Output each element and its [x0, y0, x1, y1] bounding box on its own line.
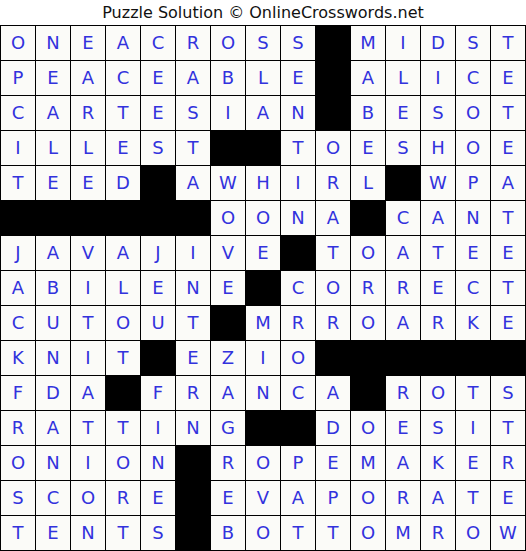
cell-r5c13[interactable]: W: [421, 166, 456, 201]
cell-r1c3[interactable]: E: [71, 26, 106, 61]
black-cell-r10c12: [386, 341, 421, 376]
cell-r9c13[interactable]: R: [421, 306, 456, 341]
black-cell-r6c5: [141, 201, 176, 236]
cell-r1c15[interactable]: T: [491, 26, 526, 61]
cell-r4c6[interactable]: T: [176, 131, 211, 166]
cell-r6c15[interactable]: T: [491, 201, 526, 236]
black-cell-r4c7: [211, 131, 246, 166]
cell-r12c14[interactable]: I: [456, 411, 491, 446]
cell-r8c6[interactable]: N: [176, 271, 211, 306]
cell-r11c7[interactable]: A: [211, 376, 246, 411]
cell-r10c8[interactable]: I: [246, 341, 281, 376]
cell-r4c9[interactable]: T: [281, 131, 316, 166]
crossword-grid: ONEACROSSMIDSTPEACEABLEALICECARTESIANBES…: [0, 25, 526, 551]
cell-r3c5[interactable]: E: [141, 96, 176, 131]
cell-r1c12[interactable]: I: [386, 26, 421, 61]
cell-r8c5[interactable]: E: [141, 271, 176, 306]
cell-r5c10[interactable]: R: [316, 166, 351, 201]
cell-r1c8[interactable]: S: [246, 26, 281, 61]
cell-r11c9[interactable]: C: [281, 376, 316, 411]
cell-r8c3[interactable]: I: [71, 271, 106, 306]
cell-r2c13[interactable]: I: [421, 61, 456, 96]
cell-r9c5[interactable]: U: [141, 306, 176, 341]
cell-r3c1[interactable]: C: [1, 96, 36, 131]
black-cell-r3c10: [316, 96, 351, 131]
cell-r5c8[interactable]: H: [246, 166, 281, 201]
cell-r11c15[interactable]: S: [491, 376, 526, 411]
cell-r3c15[interactable]: T: [491, 96, 526, 131]
cell-r11c12[interactable]: R: [386, 376, 421, 411]
black-cell-r10c14: [456, 341, 491, 376]
cell-r2c3[interactable]: A: [71, 61, 106, 96]
black-cell-r6c6: [176, 201, 211, 236]
cell-r3c14[interactable]: O: [456, 96, 491, 131]
cell-r14c4[interactable]: R: [106, 481, 141, 516]
cell-r14c7[interactable]: E: [211, 481, 246, 516]
black-cell-r10c13: [421, 341, 456, 376]
cell-r2c1[interactable]: P: [1, 61, 36, 96]
black-cell-r15c6: [176, 516, 211, 551]
cell-r6c9[interactable]: N: [281, 201, 316, 236]
cell-r7c8[interactable]: E: [246, 236, 281, 271]
cell-r6c10[interactable]: A: [316, 201, 351, 236]
cell-r15c7[interactable]: B: [211, 516, 246, 551]
cell-r4c14[interactable]: O: [456, 131, 491, 166]
black-cell-r9c7: [211, 306, 246, 341]
cell-r1c11[interactable]: M: [351, 26, 386, 61]
cell-r7c5[interactable]: J: [141, 236, 176, 271]
cell-r9c11[interactable]: O: [351, 306, 386, 341]
cell-r7c12[interactable]: A: [386, 236, 421, 271]
cell-r6c13[interactable]: A: [421, 201, 456, 236]
cell-r1c1[interactable]: O: [1, 26, 36, 61]
cell-r9c1[interactable]: C: [1, 306, 36, 341]
black-cell-r10c15: [491, 341, 526, 376]
cell-r7c11[interactable]: O: [351, 236, 386, 271]
cell-r3c3[interactable]: R: [71, 96, 106, 131]
cell-r5c15[interactable]: A: [491, 166, 526, 201]
cell-r3c4[interactable]: T: [106, 96, 141, 131]
cell-r3c12[interactable]: E: [386, 96, 421, 131]
cell-r12c3[interactable]: T: [71, 411, 106, 446]
cell-r7c6[interactable]: I: [176, 236, 211, 271]
cell-r4c4[interactable]: E: [106, 131, 141, 166]
cell-r14c12[interactable]: R: [386, 481, 421, 516]
cell-r13c15[interactable]: R: [491, 446, 526, 481]
cell-r14c13[interactable]: A: [421, 481, 456, 516]
cell-r2c5[interactable]: E: [141, 61, 176, 96]
cell-r12c1[interactable]: R: [1, 411, 36, 446]
cell-r9c2[interactable]: U: [36, 306, 71, 341]
cell-r10c1[interactable]: K: [1, 341, 36, 376]
cell-r5c1[interactable]: T: [1, 166, 36, 201]
black-cell-r10c5: [141, 341, 176, 376]
black-cell-r6c2: [36, 201, 71, 236]
cell-r10c7[interactable]: Z: [211, 341, 246, 376]
cell-r14c3[interactable]: O: [71, 481, 106, 516]
cell-r2c15[interactable]: E: [491, 61, 526, 96]
cell-r4c10[interactable]: O: [316, 131, 351, 166]
cell-r6c7[interactable]: O: [211, 201, 246, 236]
cell-r5c2[interactable]: E: [36, 166, 71, 201]
cell-r4c1[interactable]: I: [1, 131, 36, 166]
cell-r4c11[interactable]: E: [351, 131, 386, 166]
cell-r10c2[interactable]: N: [36, 341, 71, 376]
cell-r15c13[interactable]: R: [421, 516, 456, 551]
cell-r8c12[interactable]: R: [386, 271, 421, 306]
black-cell-r11c4: [106, 376, 141, 411]
cell-r8c11[interactable]: R: [351, 271, 386, 306]
cell-r2c7[interactable]: B: [211, 61, 246, 96]
cell-r14c14[interactable]: T: [456, 481, 491, 516]
cell-r6c12[interactable]: C: [386, 201, 421, 236]
cell-r13c14[interactable]: E: [456, 446, 491, 481]
cell-r12c15[interactable]: T: [491, 411, 526, 446]
cell-r6c14[interactable]: N: [456, 201, 491, 236]
cell-r12c7[interactable]: G: [211, 411, 246, 446]
cell-r2c11[interactable]: A: [351, 61, 386, 96]
black-cell-r10c10: [316, 341, 351, 376]
cell-r15c9[interactable]: T: [281, 516, 316, 551]
cell-r1c5[interactable]: C: [141, 26, 176, 61]
cell-r1c9[interactable]: S: [281, 26, 316, 61]
cell-r9c12[interactable]: A: [386, 306, 421, 341]
cell-r9c15[interactable]: E: [491, 306, 526, 341]
cell-r13c7[interactable]: R: [211, 446, 246, 481]
cell-r9c9[interactable]: R: [281, 306, 316, 341]
black-cell-r6c4: [106, 201, 141, 236]
cell-r8c1[interactable]: A: [1, 271, 36, 306]
cell-r15c11[interactable]: O: [351, 516, 386, 551]
cell-r3c13[interactable]: S: [421, 96, 456, 131]
cell-r8c4[interactable]: L: [106, 271, 141, 306]
cell-r4c3[interactable]: L: [71, 131, 106, 166]
cell-r11c1[interactable]: F: [1, 376, 36, 411]
cell-r5c9[interactable]: I: [281, 166, 316, 201]
cell-r14c8[interactable]: V: [246, 481, 281, 516]
cell-r13c10[interactable]: E: [316, 446, 351, 481]
cell-r7c13[interactable]: T: [421, 236, 456, 271]
cell-r11c5[interactable]: F: [141, 376, 176, 411]
cell-r13c8[interactable]: O: [246, 446, 281, 481]
cell-r14c9[interactable]: A: [281, 481, 316, 516]
black-cell-r11c11: [351, 376, 386, 411]
cell-r7c7[interactable]: V: [211, 236, 246, 271]
cell-r3c2[interactable]: A: [36, 96, 71, 131]
cell-r9c3[interactable]: T: [71, 306, 106, 341]
cell-r4c12[interactable]: S: [386, 131, 421, 166]
cell-r13c2[interactable]: N: [36, 446, 71, 481]
cell-r14c11[interactable]: O: [351, 481, 386, 516]
black-cell-r2c10: [316, 61, 351, 96]
cell-r14c5[interactable]: E: [141, 481, 176, 516]
cell-r2c8[interactable]: L: [246, 61, 281, 96]
cell-r13c11[interactable]: M: [351, 446, 386, 481]
black-cell-r5c12: [386, 166, 421, 201]
black-cell-r5c5: [141, 166, 176, 201]
cell-r12c4[interactable]: T: [106, 411, 141, 446]
cell-r2c12[interactable]: L: [386, 61, 421, 96]
cell-r11c8[interactable]: N: [246, 376, 281, 411]
black-cell-r13c6: [176, 446, 211, 481]
black-cell-r6c3: [71, 201, 106, 236]
cell-r1c7[interactable]: O: [211, 26, 246, 61]
cell-r8c9[interactable]: C: [281, 271, 316, 306]
cell-r12c10[interactable]: D: [316, 411, 351, 446]
cell-r10c6[interactable]: E: [176, 341, 211, 376]
cell-r15c10[interactable]: T: [316, 516, 351, 551]
cell-r13c12[interactable]: A: [386, 446, 421, 481]
cell-r15c14[interactable]: O: [456, 516, 491, 551]
cell-r2c4[interactable]: C: [106, 61, 141, 96]
cell-r7c14[interactable]: E: [456, 236, 491, 271]
cell-r11c2[interactable]: D: [36, 376, 71, 411]
cell-r9c8[interactable]: M: [246, 306, 281, 341]
black-cell-r10c11: [351, 341, 386, 376]
cell-r9c6[interactable]: T: [176, 306, 211, 341]
cell-r1c14[interactable]: S: [456, 26, 491, 61]
cell-r2c2[interactable]: E: [36, 61, 71, 96]
cell-r13c5[interactable]: N: [141, 446, 176, 481]
cell-r9c14[interactable]: K: [456, 306, 491, 341]
black-cell-r4c8: [246, 131, 281, 166]
cell-r1c13[interactable]: D: [421, 26, 456, 61]
page-title: Puzzle Solution © OnlineCrosswords.net: [102, 3, 424, 22]
cell-r15c15[interactable]: W: [491, 516, 526, 551]
cell-r11c14[interactable]: T: [456, 376, 491, 411]
cell-r5c4[interactable]: D: [106, 166, 141, 201]
black-cell-r14c6: [176, 481, 211, 516]
cell-r15c2[interactable]: E: [36, 516, 71, 551]
cell-r3c7[interactable]: I: [211, 96, 246, 131]
cell-r15c5[interactable]: S: [141, 516, 176, 551]
cell-r12c11[interactable]: O: [351, 411, 386, 446]
cell-r8c15[interactable]: T: [491, 271, 526, 306]
cell-r13c13[interactable]: K: [421, 446, 456, 481]
cell-r1c2[interactable]: N: [36, 26, 71, 61]
cell-r9c4[interactable]: O: [106, 306, 141, 341]
cell-r1c6[interactable]: R: [176, 26, 211, 61]
cell-r12c13[interactable]: S: [421, 411, 456, 446]
cell-r14c1[interactable]: S: [1, 481, 36, 516]
cell-r2c6[interactable]: A: [176, 61, 211, 96]
black-cell-r12c9: [281, 411, 316, 446]
cell-r5c3[interactable]: E: [71, 166, 106, 201]
cell-r5c14[interactable]: P: [456, 166, 491, 201]
cell-r10c3[interactable]: I: [71, 341, 106, 376]
cell-r9c10[interactable]: R: [316, 306, 351, 341]
cell-r12c6[interactable]: N: [176, 411, 211, 446]
cell-r11c3[interactable]: A: [71, 376, 106, 411]
cell-r3c11[interactable]: B: [351, 96, 386, 131]
cell-r8c10[interactable]: O: [316, 271, 351, 306]
cell-r13c4[interactable]: O: [106, 446, 141, 481]
cell-r12c5[interactable]: I: [141, 411, 176, 446]
cell-r4c15[interactable]: E: [491, 131, 526, 166]
cell-r3c8[interactable]: A: [246, 96, 281, 131]
cell-r8c14[interactable]: C: [456, 271, 491, 306]
cell-r15c3[interactable]: N: [71, 516, 106, 551]
cell-r3c6[interactable]: S: [176, 96, 211, 131]
cell-r11c6[interactable]: R: [176, 376, 211, 411]
cell-r15c4[interactable]: T: [106, 516, 141, 551]
cell-r7c3[interactable]: V: [71, 236, 106, 271]
cell-r2c14[interactable]: C: [456, 61, 491, 96]
cell-r4c13[interactable]: H: [421, 131, 456, 166]
cell-r13c3[interactable]: I: [71, 446, 106, 481]
cell-r14c10[interactable]: P: [316, 481, 351, 516]
cell-r1c4[interactable]: A: [106, 26, 141, 61]
cell-r12c12[interactable]: E: [386, 411, 421, 446]
black-cell-r8c8: [246, 271, 281, 306]
cell-r15c12[interactable]: M: [386, 516, 421, 551]
black-cell-r6c11: [351, 201, 386, 236]
cell-r3c9[interactable]: N: [281, 96, 316, 131]
cell-r8c2[interactable]: B: [36, 271, 71, 306]
cell-r15c1[interactable]: T: [1, 516, 36, 551]
cell-r7c4[interactable]: A: [106, 236, 141, 271]
cell-r5c6[interactable]: A: [176, 166, 211, 201]
cell-r14c15[interactable]: E: [491, 481, 526, 516]
cell-r8c13[interactable]: E: [421, 271, 456, 306]
cell-r11c10[interactable]: A: [316, 376, 351, 411]
cell-r11c13[interactable]: O: [421, 376, 456, 411]
cell-r15c8[interactable]: O: [246, 516, 281, 551]
cell-r8c7[interactable]: E: [211, 271, 246, 306]
cell-r7c10[interactable]: T: [316, 236, 351, 271]
cell-r5c11[interactable]: L: [351, 166, 386, 201]
cell-r14c2[interactable]: C: [36, 481, 71, 516]
cell-r5c7[interactable]: W: [211, 166, 246, 201]
cell-r6c8[interactable]: O: [246, 201, 281, 236]
black-cell-r12c8: [246, 411, 281, 446]
cell-r7c2[interactable]: A: [36, 236, 71, 271]
cell-r7c15[interactable]: E: [491, 236, 526, 271]
black-cell-r6c1: [1, 201, 36, 236]
cell-r13c9[interactable]: P: [281, 446, 316, 481]
cell-r10c9[interactable]: O: [281, 341, 316, 376]
cell-r4c2[interactable]: L: [36, 131, 71, 166]
cell-r4c5[interactable]: S: [141, 131, 176, 166]
cell-r13c1[interactable]: O: [1, 446, 36, 481]
cell-r2c9[interactable]: E: [281, 61, 316, 96]
black-cell-r1c10: [316, 26, 351, 61]
black-cell-r7c9: [281, 236, 316, 271]
cell-r7c1[interactable]: J: [1, 236, 36, 271]
cell-r10c4[interactable]: T: [106, 341, 141, 376]
cell-r12c2[interactable]: A: [36, 411, 71, 446]
title-bar: Puzzle Solution © OnlineCrosswords.net: [0, 0, 526, 25]
crossword-page: Puzzle Solution © OnlineCrosswords.net O…: [0, 0, 526, 551]
